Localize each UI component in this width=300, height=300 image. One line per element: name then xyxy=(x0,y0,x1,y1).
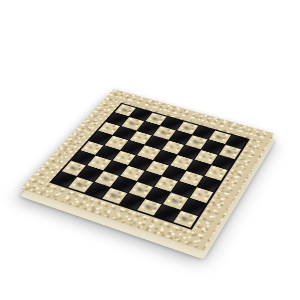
product-photo: ♜♞♝♛♚♝♞♜♟♟♟♟♟♟♟♟♟♟♟♟♟♟♟♟♜♞♝♛♚♝♞♜ xyxy=(0,0,300,300)
chess-board: ♜♞♝♛♚♝♞♜♟♟♟♟♟♟♟♟♟♟♟♟♟♟♟♟♜♞♝♛♚♝♞♜ xyxy=(20,89,274,251)
board-grid: ♜♞♝♛♚♝♞♜♟♟♟♟♟♟♟♟♟♟♟♟♟♟♟♟♜♞♝♛♚♝♞♜ xyxy=(49,103,250,230)
square-h1: ♜ xyxy=(173,210,198,227)
board-frame: ♜♞♝♛♚♝♞♜♟♟♟♟♟♟♟♟♟♟♟♟♟♟♟♟♜♞♝♛♚♝♞♜ xyxy=(20,89,274,251)
square-h6 xyxy=(212,155,235,170)
